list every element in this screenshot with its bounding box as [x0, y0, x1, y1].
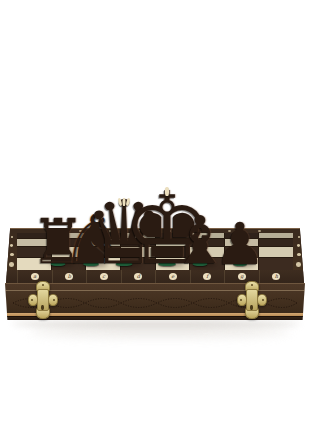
left-border — [6, 233, 17, 270]
clasp-screw — [251, 284, 253, 286]
brass-clasp-right — [237, 281, 267, 319]
brass-clasp-left — [28, 281, 58, 319]
product-photo: abcdefgh ♜♞♛♚♝♟ — [0, 0, 310, 430]
king-finial — [165, 187, 169, 196]
clasp-keyhole — [41, 305, 44, 310]
rank-badge — [10, 253, 14, 257]
file-badge-h: h — [272, 273, 280, 280]
clasp-screw — [53, 299, 55, 301]
clasp-screw — [240, 299, 242, 301]
rank-badge — [9, 262, 14, 266]
rank-badge — [297, 244, 300, 247]
right-border — [293, 233, 304, 270]
box-shadow — [12, 320, 300, 328]
pawn-glyph: ♟ — [211, 215, 269, 273]
front-border-corner-right — [293, 270, 304, 283]
rank-badge — [296, 262, 301, 266]
clasp-keyhole — [250, 305, 253, 310]
rank-badge — [297, 253, 301, 257]
front-border-corner-left — [6, 270, 17, 283]
rank-badge — [10, 244, 13, 247]
rank-badge — [298, 236, 300, 238]
rank-badge — [11, 236, 13, 238]
clasp-screw — [31, 299, 33, 301]
clasp-screw — [42, 284, 44, 286]
clasp-screw — [262, 299, 264, 301]
